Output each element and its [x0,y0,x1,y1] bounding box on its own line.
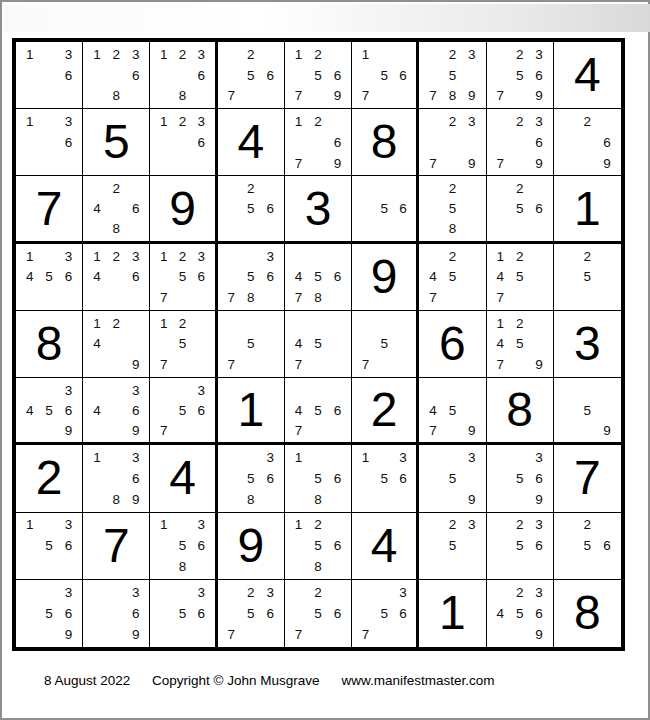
candidate-6: 6 [597,535,617,556]
candidate-1 [558,515,578,536]
candidate-2 [375,313,394,334]
candidate-2: 2 [578,246,598,267]
sudoku-cell-r9c6[interactable]: 3567 [352,580,419,647]
footer-date: 8 August 2022 [44,673,130,688]
candidate-5: 5 [173,535,192,556]
candidate-1: 1 [289,447,308,468]
candidate-8: 8 [107,219,126,239]
candidate-8 [510,219,529,239]
candidate-4: 4 [491,266,510,287]
cell-value: 9 [237,522,264,570]
candidate-9: 9 [529,624,548,645]
candidate-5 [107,65,126,86]
candidate-5 [107,334,126,355]
candidate-grid: 2468 [83,176,149,240]
candidate-9 [192,354,211,375]
sudoku-cell-r9c3[interactable]: 356 [150,580,217,647]
candidate-3: 3 [462,447,481,468]
sudoku-cell-r3c1[interactable]: 7 [16,176,83,243]
sudoku-cell-r6c8[interactable]: 8 [487,378,554,445]
candidate-grid: 2457 [419,244,485,310]
sudoku-cell-r6c2[interactable]: 3469 [83,378,150,445]
candidate-9: 9 [462,153,481,174]
sudoku-cell-r1c9[interactable]: 4 [554,42,621,109]
candidate-grid: 124579 [487,311,553,377]
candidate-2 [375,178,394,198]
candidate-grid: 1567 [352,42,416,108]
candidate-5: 5 [308,400,327,420]
candidate-7 [491,624,510,645]
sudoku-cell-r5c2[interactable]: 1249 [83,311,150,378]
candidate-1 [423,380,442,400]
candidate-3: 3 [59,44,78,65]
candidate-grid: 13568 [150,513,214,579]
candidate-6 [126,334,145,355]
candidate-3: 3 [260,582,279,603]
candidate-9: 9 [529,153,548,174]
candidate-grid: 56 [352,176,416,240]
candidate-8 [510,354,529,375]
candidate-8 [107,354,126,375]
sudoku-cell-r6c5[interactable]: 4567 [285,378,352,445]
candidate-1 [222,178,241,198]
candidate-3: 3 [192,515,211,536]
candidate-6: 6 [529,199,548,219]
sudoku-cell-r7c2[interactable]: 13689 [83,445,150,512]
candidate-6: 6 [59,535,78,556]
candidate-4: 4 [289,334,308,355]
sudoku-cell-r7c6[interactable]: 1356 [352,445,419,512]
candidate-2: 2 [443,44,462,65]
sudoku-cell-r3c9[interactable]: 1 [554,176,621,243]
sudoku-cell-r6c6[interactable]: 2 [352,378,419,445]
sudoku-cell-r7c1[interactable]: 2 [16,445,83,512]
candidate-9 [462,287,481,308]
candidate-grid: 3567 [150,378,214,442]
candidate-8: 8 [241,287,260,308]
sudoku-cell-r3c8[interactable]: 256 [487,176,554,243]
sudoku-cell-r9c8[interactable]: 234569 [487,580,554,647]
candidate-grid: 13689 [83,445,149,511]
candidate-grid: 369 [83,580,149,647]
candidate-4: 4 [87,266,106,287]
candidate-8 [375,85,394,106]
candidate-9: 9 [126,354,145,375]
candidate-4 [154,266,173,287]
cell-value: 4 [237,118,264,166]
candidate-2 [375,44,394,65]
candidate-3: 3 [260,447,279,468]
candidate-3 [192,313,211,334]
sudoku-cell-r1c2[interactable]: 12368 [83,42,150,109]
candidate-grid: 25 [554,244,621,310]
candidate-3: 3 [192,582,211,603]
candidate-5: 5 [308,535,327,556]
candidate-1 [154,582,173,603]
sudoku-cell-r7c4[interactable]: 3568 [218,445,285,512]
candidate-4 [356,603,375,624]
candidate-6: 6 [59,266,78,287]
sudoku-cell-r2c8[interactable]: 23679 [487,109,554,176]
candidate-3 [126,178,145,198]
candidate-8 [510,489,529,510]
candidate-4: 4 [289,400,308,420]
candidate-2 [39,380,58,400]
candidate-7 [20,153,39,174]
candidate-3: 3 [394,582,413,603]
sudoku-cell-r1c5[interactable]: 125679 [285,42,352,109]
candidate-7: 7 [356,624,375,645]
sudoku-cell-r8c6[interactable]: 4 [352,513,419,580]
sudoku-cell-r3c2[interactable]: 2468 [83,176,150,243]
sudoku-cell-r5c4[interactable]: 57 [218,311,285,378]
sudoku-cell-r5c8[interactable]: 124579 [487,311,554,378]
candidate-5 [173,65,192,86]
sudoku-cell-r4c8[interactable]: 12457 [487,244,554,311]
candidate-8 [375,624,394,645]
sudoku-cell-r2c6[interactable]: 8 [352,109,419,176]
candidate-3 [529,178,548,198]
candidate-2 [308,447,327,468]
candidate-4: 4 [20,266,39,287]
candidate-grid: 23679 [487,109,553,175]
sudoku-cell-r7c8[interactable]: 3569 [487,445,554,512]
candidate-1: 1 [154,515,173,536]
candidate-grid: 123567 [150,244,214,310]
candidate-6 [597,400,617,420]
sudoku-cell-r8c3[interactable]: 13568 [150,513,217,580]
sudoku-cell-r3c5[interactable]: 3 [285,176,352,243]
candidate-2: 2 [241,44,260,65]
candidate-2: 2 [173,313,192,334]
candidate-2: 2 [241,582,260,603]
candidate-3: 3 [59,111,78,132]
candidate-2 [39,44,58,65]
candidate-5 [107,266,126,287]
candidate-9: 9 [126,420,145,440]
candidate-7: 7 [423,287,442,308]
candidate-6: 6 [394,468,413,489]
candidate-4 [289,468,308,489]
candidate-1: 1 [87,246,106,267]
sudoku-cell-r2c9[interactable]: 269 [554,109,621,176]
candidate-7: 7 [423,153,442,174]
candidate-3 [394,44,413,65]
candidate-1 [423,178,442,198]
candidate-grid: 45678 [285,244,351,310]
cell-value: 8 [371,118,398,166]
sudoku-cell-r3c7[interactable]: 258 [419,176,486,243]
sudoku-cell-r7c5[interactable]: 1568 [285,445,352,512]
candidate-9 [126,287,145,308]
candidate-1 [222,447,241,468]
candidate-3: 3 [126,44,145,65]
sudoku-cell-r3c4[interactable]: 256 [218,176,285,243]
page-frame: 1361236812368256712567915672357892356794… [0,0,650,720]
sudoku-cell-r4c7[interactable]: 2457 [419,244,486,311]
candidate-1 [289,582,308,603]
candidate-4: 4 [289,266,308,287]
candidate-5: 5 [443,266,462,287]
candidate-1 [491,582,510,603]
sudoku-cell-r8c8[interactable]: 2356 [487,513,554,580]
sudoku-cell-r8c4[interactable]: 9 [218,513,285,580]
sudoku-cell-r5c3[interactable]: 1257 [150,311,217,378]
sudoku-cell-r4c4[interactable]: 35678 [218,244,285,311]
candidate-8 [308,624,327,645]
candidate-2 [39,515,58,536]
sudoku-cell-r2c7[interactable]: 2379 [419,109,486,176]
sudoku-cell-r1c4[interactable]: 2567 [218,42,285,109]
candidate-4 [356,334,375,355]
candidate-6: 6 [394,603,413,624]
candidate-8: 8 [107,85,126,106]
candidate-grid: 2567 [218,42,284,108]
candidate-4 [87,468,106,489]
sudoku-cell-r6c3[interactable]: 3567 [150,378,217,445]
candidate-6: 6 [126,603,145,624]
candidate-5: 5 [241,199,260,219]
cell-value: 9 [169,185,196,233]
candidate-1: 1 [154,111,173,132]
sudoku-cell-r4c1[interactable]: 13456 [16,244,83,311]
candidate-6: 6 [126,468,145,489]
candidate-5: 5 [308,334,327,355]
candidate-2 [39,582,58,603]
candidate-2 [443,447,462,468]
candidate-2: 2 [510,44,529,65]
candidate-grid: 3569 [487,445,553,511]
candidate-5 [443,132,462,153]
candidate-6: 6 [394,199,413,219]
candidate-8 [375,489,394,510]
sudoku-cell-r7c3[interactable]: 4 [150,445,217,512]
candidate-6: 6 [328,132,347,153]
candidate-1 [222,246,241,267]
candidate-7: 7 [491,287,510,308]
candidate-1 [87,178,106,198]
candidate-8: 8 [308,287,327,308]
candidate-7 [87,624,106,645]
sudoku-cell-r6c9[interactable]: 59 [554,378,621,445]
candidate-8: 8 [308,489,327,510]
sudoku-cell-r2c1[interactable]: 136 [16,109,83,176]
candidate-8 [308,85,327,106]
candidate-5 [308,132,327,153]
candidate-6 [462,199,481,219]
candidate-7: 7 [222,85,241,106]
candidate-5 [107,400,126,420]
sudoku-cell-r8c9[interactable]: 256 [554,513,621,580]
candidate-1 [222,582,241,603]
candidate-7: 7 [289,624,308,645]
sudoku-cell-r4c9[interactable]: 25 [554,244,621,311]
candidate-5: 5 [39,603,58,624]
sudoku-cell-r1c8[interactable]: 235679 [487,42,554,109]
candidate-9: 9 [328,153,347,174]
sudoku-cell-r9c7[interactable]: 1 [419,580,486,647]
candidate-8 [510,287,529,308]
candidate-grid: 258 [419,176,485,240]
candidate-7 [87,287,106,308]
candidate-6 [394,334,413,355]
candidate-4 [491,132,510,153]
sudoku-cell-r9c9[interactable]: 8 [554,580,621,647]
candidate-8 [39,556,58,577]
sudoku-cell-r4c6[interactable]: 9 [352,244,419,311]
candidate-2 [241,447,260,468]
candidate-grid: 57 [218,311,284,377]
candidate-9 [462,219,481,239]
candidate-9 [529,287,548,308]
sudoku-cell-r5c7[interactable]: 6 [419,311,486,378]
candidate-2 [308,246,327,267]
candidate-4: 4 [491,334,510,355]
candidate-6 [529,334,548,355]
sudoku-cell-r3c6[interactable]: 56 [352,176,419,243]
sudoku-cell-r8c7[interactable]: 235 [419,513,486,580]
candidate-5: 5 [375,468,394,489]
candidate-8: 8 [173,556,192,577]
candidate-8: 8 [173,85,192,106]
header-band [4,4,650,32]
candidate-3 [328,380,347,400]
candidate-1 [423,44,442,65]
candidate-grid: 2356 [487,513,553,579]
candidate-6: 6 [192,535,211,556]
candidate-grid: 1249 [83,311,149,377]
sudoku-cell-r5c1[interactable]: 8 [16,311,83,378]
sudoku-cell-r1c6[interactable]: 1567 [352,42,419,109]
candidate-5 [578,132,598,153]
candidate-5 [107,468,126,489]
sudoku-cell-r4c3[interactable]: 123567 [150,244,217,311]
candidate-grid: 1568 [285,445,351,511]
candidate-6: 6 [328,603,347,624]
candidate-4 [491,65,510,86]
sudoku-cell-r7c7[interactable]: 359 [419,445,486,512]
candidate-5: 5 [375,65,394,86]
candidate-4 [154,132,173,153]
candidate-3: 3 [126,246,145,267]
candidate-7 [87,420,106,440]
candidate-grid: 256 [218,176,284,240]
sudoku-cell-r3c3[interactable]: 9 [150,176,217,243]
candidate-9 [328,420,347,440]
sudoku-cell-r6c1[interactable]: 34569 [16,378,83,445]
candidate-7: 7 [289,153,308,174]
candidate-7 [20,420,39,440]
candidate-4 [222,266,241,287]
sudoku-cell-r2c5[interactable]: 12679 [285,109,352,176]
candidate-1 [423,246,442,267]
candidate-6: 6 [59,132,78,153]
sudoku-cell-r9c1[interactable]: 3569 [16,580,83,647]
candidate-2 [173,515,192,536]
candidate-grid: 12568 [285,513,351,579]
candidate-5: 5 [39,266,58,287]
sudoku-cell-r5c6[interactable]: 57 [352,311,419,378]
candidate-7 [87,489,106,510]
candidate-7 [289,556,308,577]
sudoku-cell-r1c1[interactable]: 136 [16,42,83,109]
candidate-grid: 136 [16,109,82,175]
candidate-2: 2 [173,44,192,65]
candidate-5: 5 [241,65,260,86]
sudoku-cell-r2c2[interactable]: 5 [83,109,150,176]
candidate-1: 1 [154,246,173,267]
candidate-6: 6 [126,199,145,219]
sudoku-cell-r8c5[interactable]: 12568 [285,513,352,580]
candidate-9 [328,489,347,510]
candidate-8 [578,287,598,308]
candidate-9 [126,85,145,106]
candidate-5: 5 [308,603,327,624]
candidate-6: 6 [394,65,413,86]
candidate-5 [39,65,58,86]
candidate-2: 2 [173,111,192,132]
candidate-1 [20,380,39,400]
candidate-6: 6 [529,468,548,489]
candidate-8 [241,85,260,106]
footer-website[interactable]: www.manifestmaster.com [341,673,494,688]
candidate-2 [308,313,327,334]
candidate-6: 6 [192,65,211,86]
candidate-grid: 3568 [218,445,284,511]
candidate-2 [173,380,192,400]
sudoku-cell-r2c4[interactable]: 4 [218,109,285,176]
candidate-grid: 359 [419,445,485,511]
sudoku-cell-r7c9[interactable]: 7 [554,445,621,512]
candidate-grid: 235789 [419,42,485,108]
candidate-8: 8 [443,85,462,106]
candidate-grid: 1356 [16,513,82,579]
candidate-2 [241,313,260,334]
sudoku-cell-r4c5[interactable]: 45678 [285,244,352,311]
sudoku-cell-r6c4[interactable]: 1 [218,378,285,445]
sudoku-cell-r1c3[interactable]: 12368 [150,42,217,109]
candidate-grid: 2567 [285,580,351,647]
candidate-9: 9 [126,489,145,510]
sudoku-cell-r4c2[interactable]: 12346 [83,244,150,311]
candidate-6: 6 [529,535,548,556]
sudoku-cell-r1c7[interactable]: 235789 [419,42,486,109]
candidate-1 [491,111,510,132]
candidate-4 [222,468,241,489]
candidate-4: 4 [20,400,39,420]
candidate-7 [154,556,173,577]
sudoku-cell-r9c5[interactable]: 2567 [285,580,352,647]
sudoku-cell-r8c2[interactable]: 7 [83,513,150,580]
sudoku-cell-r8c1[interactable]: 1356 [16,513,83,580]
sudoku-cell-r9c4[interactable]: 23567 [218,580,285,647]
candidate-4 [20,535,39,556]
candidate-1: 1 [87,44,106,65]
candidate-7: 7 [491,354,510,375]
candidate-grid: 4567 [285,378,351,442]
candidate-5: 5 [173,266,192,287]
candidate-2: 2 [510,111,529,132]
sudoku-cell-r6c7[interactable]: 4579 [419,378,486,445]
candidate-1 [558,380,578,400]
candidate-2: 2 [578,515,598,536]
sudoku-cell-r5c9[interactable]: 3 [554,311,621,378]
sudoku-cell-r9c2[interactable]: 369 [83,580,150,647]
candidate-4 [222,334,241,355]
sudoku-cell-r2c3[interactable]: 1236 [150,109,217,176]
candidate-4 [356,199,375,219]
sudoku-cell-r5c5[interactable]: 457 [285,311,352,378]
